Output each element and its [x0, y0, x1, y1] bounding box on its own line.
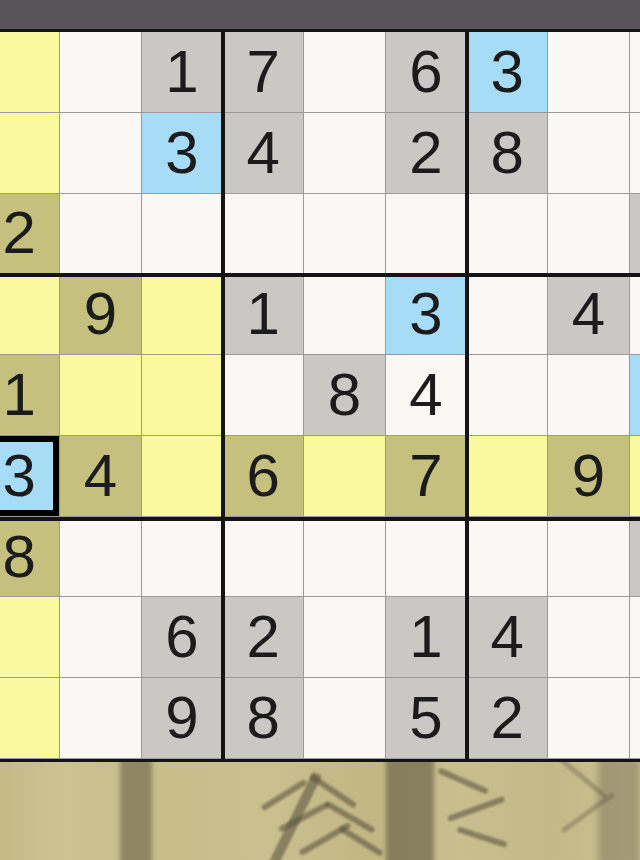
cell-r7c5[interactable]: [304, 517, 385, 598]
cell-r8c1[interactable]: [0, 597, 60, 678]
cell-r3c5[interactable]: [304, 194, 385, 275]
branch-decoration: [447, 796, 505, 822]
cell-r7c9[interactable]: [630, 517, 640, 598]
cell-r5c1[interactable]: 1: [0, 355, 60, 436]
cell-r2c6[interactable]: 2: [386, 113, 467, 194]
cell-r2c3[interactable]: 3: [142, 113, 223, 194]
cell-r6c2[interactable]: 4: [60, 436, 141, 517]
cell-r6c5[interactable]: [304, 436, 385, 517]
cell-r5c6[interactable]: 4: [386, 355, 467, 436]
cell-r7c1[interactable]: 8: [0, 517, 60, 598]
cell-r4c4[interactable]: 1: [223, 274, 304, 355]
cell-r6c6[interactable]: 7: [386, 436, 467, 517]
cell-r3c8[interactable]: [548, 194, 629, 275]
box-line-horizontal-2: [0, 517, 640, 521]
cell-r5c2[interactable]: [60, 355, 141, 436]
cell-r5c8[interactable]: [548, 355, 629, 436]
cell-r8c7[interactable]: 4: [467, 597, 548, 678]
cell-r9c2[interactable]: [60, 678, 141, 759]
cell-r8c8[interactable]: [548, 597, 629, 678]
cell-r6c8[interactable]: 9: [548, 436, 629, 517]
cell-r9c8[interactable]: [548, 678, 629, 759]
cell-r2c9[interactable]: [630, 113, 640, 194]
cell-r3c7[interactable]: [467, 194, 548, 275]
cell-r2c7[interactable]: 8: [467, 113, 548, 194]
cell-r3c4[interactable]: [223, 194, 304, 275]
cell-r9c7[interactable]: 2: [467, 678, 548, 759]
cell-r1c7[interactable]: 3: [467, 32, 548, 113]
sudoku-board: 176334282913418434679862149852: [0, 29, 640, 762]
cell-r2c1[interactable]: [0, 113, 60, 194]
cell-r4c9[interactable]: [630, 274, 640, 355]
cell-r2c8[interactable]: [548, 113, 629, 194]
cell-r9c4[interactable]: 8: [223, 678, 304, 759]
cell-r3c6[interactable]: [386, 194, 467, 275]
cell-r4c5[interactable]: [304, 274, 385, 355]
cell-r1c5[interactable]: [304, 32, 385, 113]
cell-r6c9[interactable]: [630, 436, 640, 517]
box-line-vertical-1: [221, 32, 225, 759]
cell-r7c3[interactable]: [142, 517, 223, 598]
cell-r8c5[interactable]: [304, 597, 385, 678]
cell-r8c4[interactable]: 2: [223, 597, 304, 678]
cell-grid: 176334282913418434679862149852: [0, 32, 640, 759]
cell-r8c6[interactable]: 1: [386, 597, 467, 678]
cell-r5c9[interactable]: [630, 355, 640, 436]
cell-r9c1[interactable]: [0, 678, 60, 759]
cell-r5c3[interactable]: [142, 355, 223, 436]
cell-r6c3[interactable]: [142, 436, 223, 517]
cell-r4c8[interactable]: 4: [548, 274, 629, 355]
cell-r3c1[interactable]: 2: [0, 194, 60, 275]
cell-r2c5[interactable]: [304, 113, 385, 194]
cell-r4c7[interactable]: [467, 274, 548, 355]
cell-r1c3[interactable]: 1: [142, 32, 223, 113]
tree-trunk-decoration: [598, 762, 640, 860]
cell-r1c2[interactable]: [60, 32, 141, 113]
cell-r2c4[interactable]: 4: [223, 113, 304, 194]
cell-r1c4[interactable]: 7: [223, 32, 304, 113]
cell-r7c2[interactable]: [60, 517, 141, 598]
cell-r4c3[interactable]: [142, 274, 223, 355]
cell-r5c7[interactable]: [467, 355, 548, 436]
cell-r5c4[interactable]: [223, 355, 304, 436]
app-screen: 176334282913418434679862149852: [0, 0, 640, 860]
cell-r7c8[interactable]: [548, 517, 629, 598]
cell-r9c5[interactable]: [304, 678, 385, 759]
branch-decoration: [437, 767, 489, 794]
box-line-vertical-2: [465, 32, 469, 759]
box-line-horizontal-1: [0, 273, 640, 277]
cell-r9c3[interactable]: 9: [142, 678, 223, 759]
cell-r3c2[interactable]: [60, 194, 141, 275]
cell-r7c6[interactable]: [386, 517, 467, 598]
cell-r4c6[interactable]: 3: [386, 274, 467, 355]
cell-r8c2[interactable]: [60, 597, 141, 678]
cell-r1c1[interactable]: [0, 32, 60, 113]
cell-r9c9[interactable]: [630, 678, 640, 759]
cell-r2c2[interactable]: [60, 113, 141, 194]
cell-r4c2[interactable]: 9: [60, 274, 141, 355]
cell-r5c5[interactable]: 8: [304, 355, 385, 436]
branch-decoration: [456, 826, 507, 848]
cell-r1c8[interactable]: [548, 32, 629, 113]
cell-r8c3[interactable]: 6: [142, 597, 223, 678]
cell-r1c6[interactable]: 6: [386, 32, 467, 113]
cell-r6c7[interactable]: [467, 436, 548, 517]
cell-r4c1[interactable]: [0, 274, 60, 355]
tree-trunk-decoration: [120, 762, 152, 860]
cell-r1c9[interactable]: [630, 32, 640, 113]
cell-r6c4[interactable]: 6: [223, 436, 304, 517]
top-bar: [0, 0, 640, 29]
background-photo: [0, 762, 640, 860]
cell-r3c9[interactable]: [630, 194, 640, 275]
cell-r7c7[interactable]: [467, 517, 548, 598]
cell-r6c1[interactable]: 3: [0, 436, 60, 517]
cell-r7c4[interactable]: [223, 517, 304, 598]
cell-r3c3[interactable]: [142, 194, 223, 275]
cell-r8c9[interactable]: [630, 597, 640, 678]
tree-trunk-decoration: [386, 762, 434, 860]
branch-decoration: [338, 825, 384, 857]
cell-r9c6[interactable]: 5: [386, 678, 467, 759]
